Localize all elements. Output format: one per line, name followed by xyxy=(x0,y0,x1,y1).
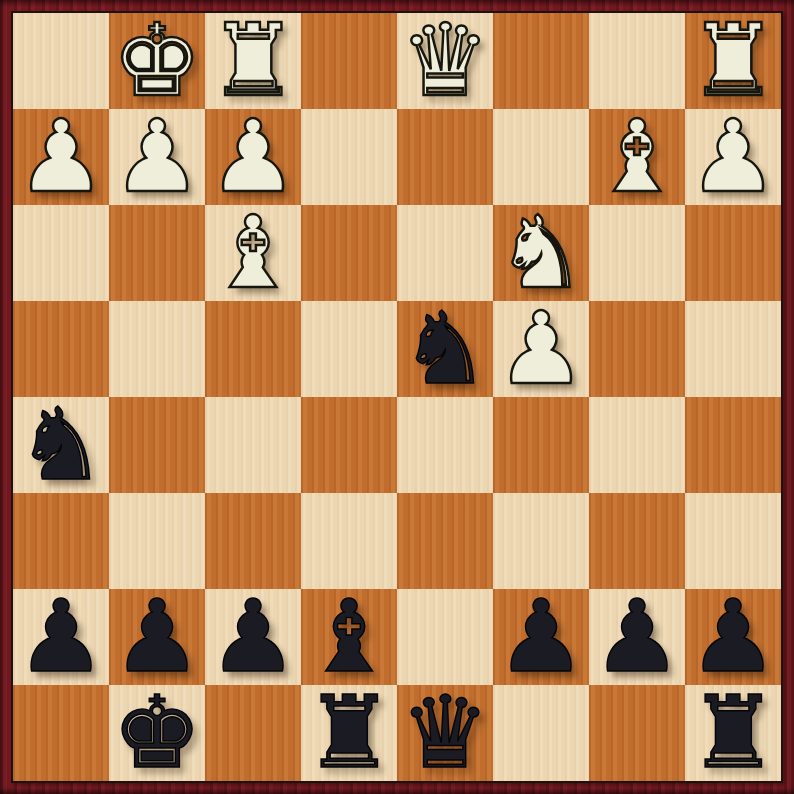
square-g3[interactable] xyxy=(109,205,205,301)
square-d2[interactable] xyxy=(397,109,493,205)
square-c5[interactable] xyxy=(493,397,589,493)
white-pawn-piece: ♟ xyxy=(688,109,778,205)
black-knight-piece: ♞ xyxy=(16,397,106,493)
square-f4[interactable] xyxy=(205,301,301,397)
square-d1[interactable]: ♛ xyxy=(397,13,493,109)
square-h3[interactable] xyxy=(13,205,109,301)
square-b5[interactable] xyxy=(589,397,685,493)
square-c4[interactable]: ♟ xyxy=(493,301,589,397)
black-king-piece: ♚ xyxy=(112,685,202,781)
square-f3[interactable]: ♝ xyxy=(205,205,301,301)
square-f2[interactable]: ♟ xyxy=(205,109,301,205)
board-frame: ♚♜♛♜♟♟♟♝♟♝♞♞♟♞♟♟♟♝♟♟♟♚♜♛♜ xyxy=(0,0,794,794)
white-pawn-piece: ♟ xyxy=(112,109,202,205)
square-a8[interactable]: ♜ xyxy=(685,685,781,781)
square-c7[interactable]: ♟ xyxy=(493,589,589,685)
square-f8[interactable] xyxy=(205,685,301,781)
square-e7[interactable]: ♝ xyxy=(301,589,397,685)
square-g4[interactable] xyxy=(109,301,205,397)
square-a2[interactable]: ♟ xyxy=(685,109,781,205)
black-pawn-piece: ♟ xyxy=(112,589,202,685)
square-b2[interactable]: ♝ xyxy=(589,109,685,205)
square-f7[interactable]: ♟ xyxy=(205,589,301,685)
square-f6[interactable] xyxy=(205,493,301,589)
square-a3[interactable] xyxy=(685,205,781,301)
square-a5[interactable] xyxy=(685,397,781,493)
square-c3[interactable]: ♞ xyxy=(493,205,589,301)
white-rook-piece: ♜ xyxy=(688,13,778,109)
square-h6[interactable] xyxy=(13,493,109,589)
black-queen-piece: ♛ xyxy=(400,685,490,781)
square-b3[interactable] xyxy=(589,205,685,301)
black-pawn-piece: ♟ xyxy=(16,589,106,685)
white-knight-piece: ♞ xyxy=(496,205,586,301)
square-a1[interactable]: ♜ xyxy=(685,13,781,109)
square-b1[interactable] xyxy=(589,13,685,109)
white-bishop-piece: ♝ xyxy=(208,205,298,301)
square-c6[interactable] xyxy=(493,493,589,589)
square-b7[interactable]: ♟ xyxy=(589,589,685,685)
square-g2[interactable]: ♟ xyxy=(109,109,205,205)
square-d3[interactable] xyxy=(397,205,493,301)
square-c8[interactable] xyxy=(493,685,589,781)
black-pawn-piece: ♟ xyxy=(496,589,586,685)
white-pawn-piece: ♟ xyxy=(496,301,586,397)
square-a4[interactable] xyxy=(685,301,781,397)
square-c2[interactable] xyxy=(493,109,589,205)
square-e2[interactable] xyxy=(301,109,397,205)
square-a6[interactable] xyxy=(685,493,781,589)
square-h1[interactable] xyxy=(13,13,109,109)
square-g1[interactable]: ♚ xyxy=(109,13,205,109)
square-d5[interactable] xyxy=(397,397,493,493)
square-d4[interactable]: ♞ xyxy=(397,301,493,397)
black-bishop-piece: ♝ xyxy=(304,589,394,685)
square-g5[interactable] xyxy=(109,397,205,493)
square-d8[interactable]: ♛ xyxy=(397,685,493,781)
square-f1[interactable]: ♜ xyxy=(205,13,301,109)
square-b4[interactable] xyxy=(589,301,685,397)
black-knight-piece: ♞ xyxy=(400,301,490,397)
square-g8[interactable]: ♚ xyxy=(109,685,205,781)
white-bishop-piece: ♝ xyxy=(592,109,682,205)
square-g6[interactable] xyxy=(109,493,205,589)
square-d7[interactable] xyxy=(397,589,493,685)
square-e6[interactable] xyxy=(301,493,397,589)
square-e1[interactable] xyxy=(301,13,397,109)
square-d6[interactable] xyxy=(397,493,493,589)
square-f5[interactable] xyxy=(205,397,301,493)
square-h2[interactable]: ♟ xyxy=(13,109,109,205)
square-g7[interactable]: ♟ xyxy=(109,589,205,685)
white-pawn-piece: ♟ xyxy=(16,109,106,205)
square-h5[interactable]: ♞ xyxy=(13,397,109,493)
black-pawn-piece: ♟ xyxy=(208,589,298,685)
square-c1[interactable] xyxy=(493,13,589,109)
square-e4[interactable] xyxy=(301,301,397,397)
square-e3[interactable] xyxy=(301,205,397,301)
white-queen-piece: ♛ xyxy=(400,13,490,109)
square-a7[interactable]: ♟ xyxy=(685,589,781,685)
black-rook-piece: ♜ xyxy=(304,685,394,781)
square-h8[interactable] xyxy=(13,685,109,781)
square-b8[interactable] xyxy=(589,685,685,781)
white-rook-piece: ♜ xyxy=(208,13,298,109)
chess-board: ♚♜♛♜♟♟♟♝♟♝♞♞♟♞♟♟♟♝♟♟♟♚♜♛♜ xyxy=(11,11,783,783)
square-h7[interactable]: ♟ xyxy=(13,589,109,685)
black-rook-piece: ♜ xyxy=(688,685,778,781)
white-pawn-piece: ♟ xyxy=(208,109,298,205)
square-e5[interactable] xyxy=(301,397,397,493)
black-pawn-piece: ♟ xyxy=(688,589,778,685)
white-king-piece: ♚ xyxy=(112,13,202,109)
square-e8[interactable]: ♜ xyxy=(301,685,397,781)
square-b6[interactable] xyxy=(589,493,685,589)
square-h4[interactable] xyxy=(13,301,109,397)
black-pawn-piece: ♟ xyxy=(592,589,682,685)
